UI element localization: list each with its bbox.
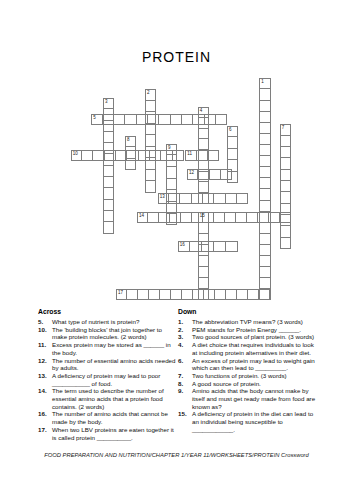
cell-7-down-5[interactable] (280, 181, 291, 192)
clue-text: Two functions of protein. (3 words) (192, 372, 287, 379)
cell-7-down-1[interactable] (280, 136, 291, 147)
cell-15-down-4[interactable] (198, 256, 209, 267)
footer-text: FOOD PREPARATION AND NUTRITION/CHAPTER 1… (0, 452, 353, 458)
cell-1-down-9[interactable] (259, 178, 270, 189)
clue-number: 1. (178, 318, 183, 326)
cell-1-down-11[interactable] (259, 201, 270, 212)
cell-8-down-2[interactable] (125, 159, 136, 170)
cell-11-across-0[interactable]: 11 (185, 150, 196, 161)
clue-text: An excess of protein may lead to weight … (192, 357, 315, 372)
cell-2-down-8[interactable] (145, 181, 156, 193)
grid-number-10: 10 (73, 151, 78, 156)
clue-text: A good source of protein. (192, 380, 261, 387)
clue-number: 3. (178, 333, 183, 341)
cell-2-down-2[interactable] (145, 112, 156, 124)
cell-4-down-7[interactable] (198, 182, 209, 193)
grid-number-9: 9 (168, 145, 171, 150)
cell-3-down-0[interactable]: 3 (103, 98, 114, 109)
grid-number-12: 12 (189, 170, 194, 175)
cell-15-down-6[interactable] (198, 278, 209, 289)
word-2-down: 2 (145, 89, 156, 193)
word-15-down: 15 (198, 212, 209, 300)
clue-text: The 'building blocks' that join together… (52, 326, 162, 341)
cell-6-down-3[interactable] (227, 160, 238, 171)
cell-8-down-1[interactable] (125, 147, 136, 158)
cell-2-down-1[interactable] (145, 101, 156, 113)
cell-7-down-4[interactable] (280, 170, 291, 181)
cell-7-down-8[interactable] (280, 215, 291, 226)
cell-5-across-6[interactable] (159, 114, 170, 125)
cell-15-down-1[interactable] (198, 223, 209, 234)
cell-1-down-14[interactable] (259, 234, 270, 245)
cell-15-down-0[interactable]: 15 (198, 212, 209, 223)
cell-2-down-3[interactable] (145, 124, 156, 136)
word-17-across: 17 (116, 289, 270, 300)
cell-17-across-1[interactable] (127, 289, 138, 300)
cell-17-across-5[interactable] (171, 289, 182, 300)
down-clue-6: 6.An excess of protein may lead to weigh… (178, 357, 318, 372)
down-clue-list: 1.The abbreviation TVP means? (3 words)2… (178, 318, 322, 434)
cell-14-across-8[interactable] (225, 212, 236, 223)
clue-number: 13. (38, 372, 47, 380)
across-header: Across (38, 308, 178, 316)
cell-17-across-12[interactable] (248, 289, 259, 300)
word-8-down: 8 (125, 136, 136, 170)
grid-number-3: 3 (105, 99, 108, 104)
clue-number: 17. (38, 426, 47, 434)
clue-text: The number of amino acids that cannot be… (52, 410, 168, 425)
cell-3-down-3[interactable] (103, 132, 114, 143)
cell-2-down-7[interactable] (145, 170, 156, 182)
cell-1-down-1[interactable] (259, 89, 270, 100)
cell-14-across-4[interactable] (181, 212, 192, 223)
worksheet-page: PROTEIN 5101112131416171234678915 Across… (0, 0, 353, 500)
cell-4-down-4[interactable] (198, 150, 209, 161)
cell-1-down-17[interactable] (259, 267, 270, 278)
cell-1-down-10[interactable] (259, 189, 270, 200)
clue-number: 2. (178, 326, 183, 334)
cell-9-down-4[interactable] (166, 190, 177, 202)
cell-3-down-2[interactable] (103, 121, 114, 132)
cell-1-down-12[interactable] (259, 212, 270, 223)
clue-text: The number of essential amino acids need… (52, 357, 175, 372)
cell-16-across-0[interactable]: 16 (178, 241, 190, 252)
down-clue-3: 3.Two good sources of plant protein. (3 … (178, 333, 318, 341)
cell-17-across-11[interactable] (237, 289, 248, 300)
cell-1-down-6[interactable] (259, 145, 270, 156)
cell-9-down-2[interactable] (166, 167, 177, 179)
down-clue-15: 15.A deficiency of protein in the diet c… (178, 410, 318, 433)
cell-3-down-7[interactable] (103, 177, 114, 188)
cell-4-down-2[interactable] (198, 129, 209, 140)
clue-number: 9. (178, 387, 183, 395)
down-clue-2: 2.PEM stands for Protein Energy ______. (178, 326, 318, 334)
cell-16-across-4[interactable] (226, 241, 238, 252)
grid-number-11: 11 (187, 151, 192, 156)
grid-number-6: 6 (229, 127, 232, 132)
word-7-down: 7 (280, 124, 291, 249)
clue-text: Amino acids that the body cannot make by… (192, 387, 315, 409)
grid-number-4: 4 (200, 108, 203, 113)
across-clue-12: 12.The number of essential amino acids n… (38, 357, 178, 372)
cell-10-across-0[interactable]: 10 (71, 150, 82, 161)
clue-number: 5. (38, 318, 43, 326)
cell-15-down-3[interactable] (198, 245, 209, 256)
clue-number: 8. (178, 380, 183, 388)
cell-14-across-0[interactable]: 14 (137, 212, 148, 223)
clue-text: When two LBV proteins are eaten together… (52, 426, 174, 441)
cell-1-down-3[interactable] (259, 112, 270, 123)
cell-1-down-18[interactable] (259, 278, 270, 289)
clue-number: 11. (38, 341, 46, 349)
cell-13-across-7[interactable] (237, 193, 248, 204)
clue-number: 7. (178, 372, 183, 380)
word-9-down: 9 (166, 144, 177, 226)
cell-2-down-0[interactable]: 2 (145, 89, 156, 101)
cell-2-down-4[interactable] (145, 135, 156, 147)
cell-5-across-2[interactable] (114, 114, 125, 125)
cell-3-down-8[interactable] (103, 188, 114, 199)
cell-4-down-1[interactable] (198, 118, 209, 129)
clue-number: 12. (38, 357, 47, 365)
across-clue-13: 13.A deficiency of protein may lead to p… (38, 372, 178, 387)
word-6-down: 6 (227, 126, 238, 183)
cell-4-down-0[interactable]: 4 (198, 107, 209, 118)
cell-11-across-2[interactable] (208, 150, 219, 161)
clue-text: A diet choice that requires individuals … (192, 341, 314, 356)
down-header: Down (178, 308, 322, 316)
cell-9-down-3[interactable] (166, 179, 177, 191)
cell-1-down-15[interactable] (259, 245, 270, 256)
grid-number-2: 2 (147, 90, 150, 95)
grid-number-8: 8 (127, 137, 130, 142)
word-1-down: 1 (259, 78, 270, 300)
cell-17-across-9[interactable] (215, 289, 226, 300)
word-12-across: 12 (187, 169, 232, 180)
cell-14-across-7[interactable] (214, 212, 225, 223)
clue-number: 16. (38, 410, 47, 418)
cell-1-down-8[interactable] (259, 167, 270, 178)
cell-1-down-7[interactable] (259, 156, 270, 167)
cell-9-down-0[interactable]: 9 (166, 144, 177, 156)
word-3-down: 3 (103, 98, 114, 234)
cell-7-down-3[interactable] (280, 158, 291, 169)
cell-5-across-3[interactable] (125, 114, 136, 125)
cell-4-down-6[interactable] (198, 172, 209, 183)
cell-1-down-16[interactable] (259, 256, 270, 267)
across-clue-14: 14.The term used to describe the number … (38, 387, 178, 410)
clue-text: Two good sources of plant protein. (3 wo… (192, 333, 314, 340)
cell-7-down-0[interactable]: 7 (280, 124, 291, 135)
cell-13-across-5[interactable] (214, 193, 225, 204)
cell-3-down-9[interactable] (103, 200, 114, 211)
cell-1-down-5[interactable] (259, 134, 270, 145)
grid-number-5: 5 (93, 115, 96, 120)
across-clue-16: 16.The number of amino acids that cannot… (38, 410, 178, 425)
cell-7-down-2[interactable] (280, 147, 291, 158)
grid-number-1: 1 (261, 79, 264, 84)
cell-17-across-6[interactable] (182, 289, 193, 300)
cell-1-down-4[interactable] (259, 123, 270, 134)
cell-13-across-6[interactable] (226, 193, 237, 204)
cell-3-down-11[interactable] (103, 222, 114, 233)
cell-1-down-13[interactable] (259, 223, 270, 234)
cell-15-down-7[interactable] (198, 289, 209, 300)
grid-number-13: 13 (160, 194, 165, 199)
clue-number: 6. (178, 357, 183, 365)
clue-text: What type of nutrient is protein? (52, 318, 139, 325)
cell-7-down-10[interactable] (280, 238, 291, 249)
down-clue-8: 8.A good source of protein. (178, 380, 318, 388)
cell-9-down-1[interactable] (166, 155, 177, 167)
across-clue-17: 17.When two LBV proteins are eaten toget… (38, 426, 178, 441)
cell-3-down-5[interactable] (103, 154, 114, 165)
cell-1-down-19[interactable] (259, 289, 270, 300)
cell-17-across-10[interactable] (226, 289, 237, 300)
cell-4-down-5[interactable] (198, 161, 209, 172)
cell-1-down-0[interactable]: 1 (259, 78, 270, 89)
cell-4-down-8[interactable] (198, 193, 209, 204)
cell-4-down-3[interactable] (198, 139, 209, 150)
cell-6-down-0[interactable]: 6 (227, 126, 238, 137)
cell-16-across-3[interactable] (214, 241, 226, 252)
clue-number: 4. (178, 341, 183, 349)
down-clues-section: Down 1.The abbreviation TVP means? (3 wo… (178, 308, 322, 434)
grid-number-17: 17 (118, 290, 123, 295)
cell-12-across-2[interactable] (210, 169, 221, 180)
page-title: PROTEIN (0, 49, 353, 65)
word-4-down: 4 (198, 107, 209, 204)
cell-15-down-5[interactable] (198, 267, 209, 278)
cell-14-across-9[interactable] (236, 212, 247, 223)
down-clue-1: 1.The abbreviation TVP means? (3 words) (178, 318, 318, 326)
clue-number: 10. (38, 326, 47, 334)
clue-text: PEM stands for Protein Energy ______. (192, 326, 301, 333)
cell-2-down-6[interactable] (145, 158, 156, 170)
clue-text: The term used to describe the number of … (52, 387, 164, 409)
grid-number-14: 14 (139, 213, 144, 218)
cell-8-down-0[interactable]: 8 (125, 136, 136, 147)
across-clue-5: 5.What type of nutrient is protein? (38, 318, 178, 326)
cell-17-across-2[interactable] (138, 289, 149, 300)
cell-7-down-9[interactable] (280, 226, 291, 237)
cell-17-across-4[interactable] (160, 289, 171, 300)
clue-text: A deficiency of protein in the diet can … (192, 410, 313, 432)
cell-3-down-4[interactable] (103, 143, 114, 154)
clue-text: Excess protein may be stored as ______ i… (52, 341, 171, 356)
cell-2-down-5[interactable] (145, 147, 156, 159)
cell-5-across-7[interactable] (171, 114, 182, 125)
cell-5-across-11[interactable] (216, 114, 227, 125)
cell-7-down-7[interactable] (280, 204, 291, 215)
cell-6-down-2[interactable] (227, 149, 238, 160)
cell-13-across-2[interactable] (180, 193, 191, 204)
cell-12-across-0[interactable]: 12 (187, 169, 198, 180)
clue-text: The abbreviation TVP means? (3 words) (192, 318, 303, 325)
cell-3-down-10[interactable] (103, 211, 114, 222)
across-clue-10: 10.The 'building blocks' that join toget… (38, 326, 178, 341)
across-clues-section: Across 5.What type of nutrient is protei… (38, 308, 178, 441)
across-clue-list: 5.What type of nutrient is protein?10.Th… (38, 318, 178, 441)
cell-1-down-2[interactable] (259, 101, 270, 112)
cell-17-across-3[interactable] (149, 289, 160, 300)
cell-15-down-2[interactable] (198, 234, 209, 245)
down-clue-9: 9.Amino acids that the body cannot make … (178, 387, 318, 410)
down-clue-4: 4.A diet choice that requires individual… (178, 341, 318, 356)
cell-9-down-6[interactable] (166, 214, 177, 226)
cell-5-across-8[interactable] (182, 114, 193, 125)
cell-14-across-10[interactable] (247, 212, 258, 223)
clue-number: 14. (38, 387, 47, 395)
cell-5-across-0[interactable]: 5 (91, 114, 102, 125)
cell-9-down-5[interactable] (166, 202, 177, 214)
down-clue-7: 7.Two functions of protein. (3 words) (178, 372, 318, 380)
cell-6-down-4[interactable] (227, 172, 238, 183)
grid-number-7: 7 (282, 125, 285, 130)
clue-number: 15. (178, 410, 187, 418)
cell-14-across-12[interactable] (269, 212, 280, 223)
cell-6-down-1[interactable] (227, 137, 238, 148)
cell-7-down-6[interactable] (280, 192, 291, 203)
cell-3-down-1[interactable] (103, 109, 114, 120)
clue-text: A deficiency of protein may lead to poor… (52, 372, 160, 387)
cell-14-across-1[interactable] (148, 212, 159, 223)
cell-10-across-1[interactable] (82, 150, 93, 161)
cell-3-down-6[interactable] (103, 166, 114, 177)
cell-17-across-0[interactable]: 17 (116, 289, 127, 300)
grid-number-15: 15 (200, 213, 205, 218)
across-clue-11: 11.Excess protein may be stored as _____… (38, 341, 178, 356)
grid-number-16: 16 (180, 242, 185, 247)
